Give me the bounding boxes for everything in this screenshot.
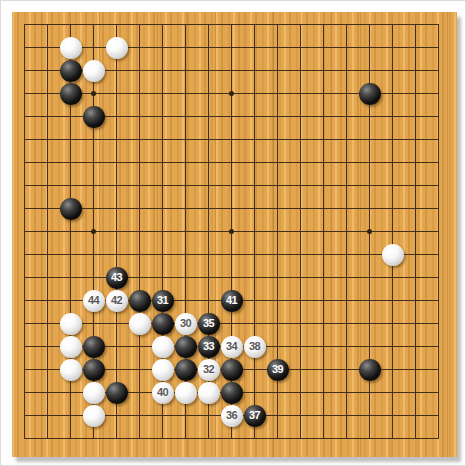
stone-white	[83, 405, 105, 427]
stone-black	[175, 359, 197, 381]
stone-black	[359, 359, 381, 381]
stone-white	[60, 37, 82, 59]
stone-white	[106, 37, 128, 59]
stone-black	[221, 359, 243, 381]
move-number: 32	[203, 364, 214, 375]
stone-white	[382, 244, 404, 266]
stone-white	[60, 313, 82, 335]
stone-white-move-44: 44	[83, 290, 105, 312]
move-number: 35	[203, 318, 214, 329]
move-number: 34	[226, 341, 237, 352]
stone-black	[83, 359, 105, 381]
stone-white-move-42: 42	[106, 290, 128, 312]
move-number: 40	[157, 387, 168, 398]
move-number: 41	[226, 295, 237, 306]
move-number: 38	[249, 341, 260, 352]
stone-white	[60, 359, 82, 381]
stone-black-move-43: 43	[106, 267, 128, 289]
move-number: 37	[249, 410, 260, 421]
move-number: 43	[111, 272, 122, 283]
stone-black-move-41: 41	[221, 290, 243, 312]
stone-black	[221, 382, 243, 404]
move-number: 42	[111, 295, 122, 306]
stone-black-move-35: 35	[198, 313, 220, 335]
stone-white-move-34: 34	[221, 336, 243, 358]
move-number: 30	[180, 318, 191, 329]
star-point	[91, 91, 96, 96]
stone-white-move-32: 32	[198, 359, 220, 381]
star-point	[367, 229, 372, 234]
stone-white	[152, 336, 174, 358]
move-number: 44	[88, 295, 99, 306]
stone-black	[60, 198, 82, 220]
stone-black	[106, 382, 128, 404]
stone-black	[359, 83, 381, 105]
stone-white	[83, 382, 105, 404]
stone-white-move-36: 36	[221, 405, 243, 427]
stone-white	[152, 359, 174, 381]
stone-black-move-39: 39	[267, 359, 289, 381]
star-point	[229, 91, 234, 96]
stone-black	[83, 106, 105, 128]
stone-black-move-31: 31	[152, 290, 174, 312]
move-number: 36	[226, 410, 237, 421]
go-app-window: 434442314130353334383239403637	[0, 0, 466, 466]
stone-black	[83, 336, 105, 358]
stone-black	[60, 83, 82, 105]
star-point	[229, 229, 234, 234]
stone-white	[129, 313, 151, 335]
stone-white-move-38: 38	[244, 336, 266, 358]
stone-black	[129, 290, 151, 312]
stone-black	[175, 336, 197, 358]
go-board[interactable]: 434442314130353334383239403637	[12, 12, 457, 457]
stone-white	[83, 60, 105, 82]
stone-black-move-33: 33	[198, 336, 220, 358]
stone-white	[60, 336, 82, 358]
stone-white	[175, 382, 197, 404]
stone-white	[198, 382, 220, 404]
stone-black-move-37: 37	[244, 405, 266, 427]
move-number: 31	[157, 295, 168, 306]
stone-black	[60, 60, 82, 82]
stone-white-move-40: 40	[152, 382, 174, 404]
stone-black	[152, 313, 174, 335]
move-number: 39	[272, 364, 283, 375]
star-point	[91, 229, 96, 234]
move-number: 33	[203, 341, 214, 352]
stone-white-move-30: 30	[175, 313, 197, 335]
board-grid[interactable]: 434442314130353334383239403637	[13, 13, 450, 450]
